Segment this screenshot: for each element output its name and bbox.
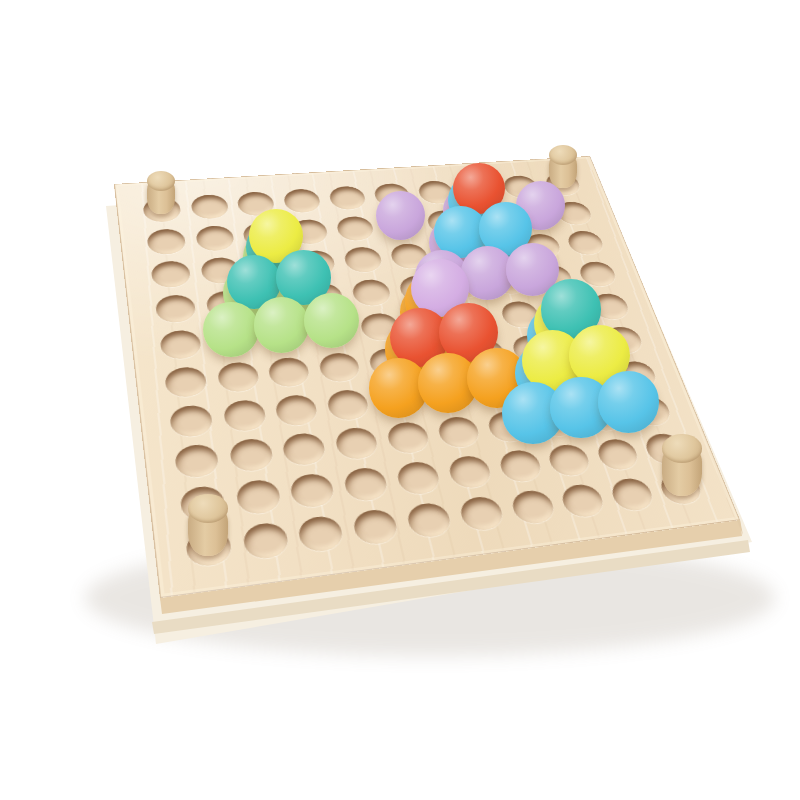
scene xyxy=(0,0,800,800)
bead-cyan[interactable] xyxy=(598,371,660,433)
pieces-overlay xyxy=(0,0,800,800)
peg-top xyxy=(147,171,175,191)
corner-peg[interactable] xyxy=(549,145,577,188)
bead-green[interactable] xyxy=(304,293,359,348)
corner-peg[interactable] xyxy=(662,434,702,496)
bead-purple[interactable] xyxy=(376,191,425,240)
corner-peg[interactable] xyxy=(147,171,175,214)
bead-green[interactable] xyxy=(254,297,309,352)
peg-top xyxy=(662,434,702,463)
peg-top xyxy=(188,494,228,523)
corner-peg[interactable] xyxy=(188,494,228,556)
bead-green[interactable] xyxy=(203,302,258,357)
